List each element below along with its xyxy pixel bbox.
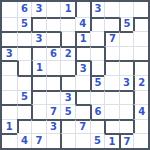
given-digit-r1c7-region-C[interactable]: 3: [90, 2, 105, 17]
cell-r7c7-region-M[interactable]: [90, 90, 105, 105]
puzzle-board: 63135453173621353253756413747517: [0, 0, 150, 150]
cell-r7c1-region-f[interactable]: [2, 90, 17, 105]
given-digit-r9c6-region-T[interactable]: 7: [75, 119, 90, 134]
cell-r5c4-region-G[interactable]: [46, 60, 61, 75]
cell-r3c1-region-W[interactable]: [2, 31, 17, 46]
cell-r7c10-region-V[interactable]: [133, 90, 148, 105]
cell-r6c6-region-I[interactable]: [75, 75, 90, 90]
cell-r4c3-region-G[interactable]: [31, 46, 46, 61]
cell-r6c4-region-J[interactable]: [46, 75, 61, 90]
cell-r7c3-region-K[interactable]: [31, 90, 46, 105]
given-digit-r10c7-region-T[interactable]: 5: [90, 133, 105, 148]
cell-r2c8-region-D[interactable]: [104, 17, 119, 32]
given-digit-r4c1-region-F[interactable]: 3: [2, 46, 17, 61]
given-digit-r9c1-region-R[interactable]: 1: [2, 119, 17, 134]
cell-r1c6-region-B[interactable]: [75, 2, 90, 17]
given-digit-r5c3-region-G[interactable]: 1: [31, 60, 46, 75]
cell-r5c5-region-G[interactable]: [60, 60, 75, 75]
given-digit-r10c3-region-U[interactable]: 7: [31, 133, 46, 148]
given-digit-r10c9-region-V[interactable]: 7: [119, 133, 134, 148]
cell-r2c4-region-B[interactable]: [46, 17, 61, 32]
cell-r9c2-region-U[interactable]: [17, 119, 32, 134]
cell-r1c10-region-C[interactable]: [133, 2, 148, 17]
given-digit-r3c6-region-D[interactable]: 1: [75, 31, 90, 46]
given-digit-r1c3-region-A[interactable]: 3: [31, 2, 46, 17]
cell-r6c5-region-I[interactable]: [60, 75, 75, 90]
cell-r1c8-region-C[interactable]: [104, 2, 119, 17]
cell-r5c10-region-V[interactable]: [133, 60, 148, 75]
cell-r3c9-region-E[interactable]: [119, 31, 134, 46]
cell-r3c10-region-E[interactable]: [133, 31, 148, 46]
cell-r1c9-region-C[interactable]: [119, 2, 134, 17]
cell-r5c7-region-H[interactable]: [90, 60, 105, 75]
cell-r8c1-region-R[interactable]: [2, 104, 17, 119]
cell-r2c7-region-D[interactable]: [90, 17, 105, 32]
cell-r8c9-region-M[interactable]: [119, 104, 134, 119]
given-digit-r6c9-region-P[interactable]: 3: [119, 75, 134, 90]
given-digit-r8c5-region-K[interactable]: 5: [60, 104, 75, 119]
cell-r3c2-region-W[interactable]: [17, 31, 32, 46]
cell-r1c4-region-A[interactable]: [46, 2, 61, 17]
cell-r9c10-region-V[interactable]: [133, 119, 148, 134]
cell-r8c8-region-M[interactable]: [104, 104, 119, 119]
given-digit-r2c6-region-B[interactable]: 4: [75, 17, 90, 32]
given-digit-r10c8-region-T[interactable]: 1: [104, 133, 119, 148]
cell-r2c5-region-B[interactable]: [60, 17, 75, 32]
given-digit-r8c7-region-M[interactable]: 6: [90, 104, 105, 119]
cell-r4c10-region-E[interactable]: [133, 46, 148, 61]
cell-r10c6-region-T[interactable]: [75, 133, 90, 148]
cell-r7c6-region-M[interactable]: [75, 90, 90, 105]
cell-r4c8-region-E[interactable]: [104, 46, 119, 61]
cell-r9c5-region-T[interactable]: [60, 119, 75, 134]
cell-r3c7-region-D[interactable]: [90, 31, 105, 46]
cell-r4c9-region-E[interactable]: [119, 46, 134, 61]
cell-r7c8-region-M[interactable]: [104, 90, 119, 105]
cell-r1c1-region-A[interactable]: [2, 2, 17, 17]
given-digit-r4c4-region-G[interactable]: 6: [46, 46, 61, 61]
given-digit-r3c3-region-W[interactable]: 3: [31, 31, 46, 46]
cell-r6c1-region-f[interactable]: [2, 75, 17, 90]
cell-r2c1-region-A[interactable]: [2, 17, 17, 32]
cell-r3c4-region-W[interactable]: [46, 31, 61, 46]
cell-r5c1-region-f[interactable]: [2, 60, 17, 75]
cell-r10c1-region-U[interactable]: [2, 133, 17, 148]
cell-r5c9-region-P[interactable]: [119, 60, 134, 75]
given-digit-r2c9-region-C[interactable]: 5: [119, 17, 134, 32]
cell-r6c8-region-P[interactable]: [104, 75, 119, 90]
cell-r8c6-region-K[interactable]: [75, 104, 90, 119]
cell-r6c2-region-f[interactable]: [17, 75, 32, 90]
cell-r5c2-region-F[interactable]: [17, 60, 32, 75]
cell-r10c5-region-T[interactable]: [60, 133, 75, 148]
cell-r4c2-region-F[interactable]: [17, 46, 32, 61]
cell-r7c9-region-M[interactable]: [119, 90, 134, 105]
cell-r8c3-region-K[interactable]: [31, 104, 46, 119]
given-digit-r5c6-region-I[interactable]: 3: [75, 60, 90, 75]
cell-r8c2-region-R[interactable]: [17, 104, 32, 119]
cell-r10c10-region-V[interactable]: [133, 133, 148, 148]
given-digit-r1c5-region-A[interactable]: 1: [60, 2, 75, 17]
given-digit-r8c10-region-V[interactable]: 4: [133, 104, 148, 119]
given-digit-r10c2-region-U[interactable]: 4: [17, 133, 32, 148]
given-digit-r6c7-region-P[interactable]: 5: [90, 75, 105, 90]
cell-r2c10-region-E[interactable]: [133, 17, 148, 32]
given-digit-r1c2-region-A[interactable]: 6: [17, 2, 32, 17]
cell-r7c4-region-K[interactable]: [46, 90, 61, 105]
cell-r2c3-region-B[interactable]: [31, 17, 46, 32]
given-digit-r4c5-region-G[interactable]: 2: [60, 46, 75, 61]
given-digit-r2c2-region-A[interactable]: 5: [17, 17, 32, 32]
cell-r9c8-region-X[interactable]: [104, 119, 119, 134]
given-digit-r7c5-region-K[interactable]: 3: [60, 90, 75, 105]
cell-r9c9-region-X[interactable]: [119, 119, 134, 134]
cell-r4c7-region-H[interactable]: [90, 46, 105, 61]
given-digit-r3c8-region-E[interactable]: 7: [104, 31, 119, 46]
given-digit-r7c2-region-f[interactable]: 5: [17, 90, 32, 105]
given-digit-r6c10-region-V[interactable]: 2: [133, 75, 148, 90]
cell-r6c3-region-J[interactable]: [31, 75, 46, 90]
cell-r10c4-region-U[interactable]: [46, 133, 61, 148]
cell-r9c7-region-T[interactable]: [90, 119, 105, 134]
given-digit-r9c4-region-U[interactable]: 3: [46, 119, 61, 134]
cell-r9c3-region-U[interactable]: [31, 119, 46, 134]
given-digit-r8c4-region-K[interactable]: 7: [46, 104, 61, 119]
cell-r4c6-region-H[interactable]: [75, 46, 90, 61]
cell-r5c8-region-P[interactable]: [104, 60, 119, 75]
cell-r3c5-region-B[interactable]: [60, 31, 75, 46]
